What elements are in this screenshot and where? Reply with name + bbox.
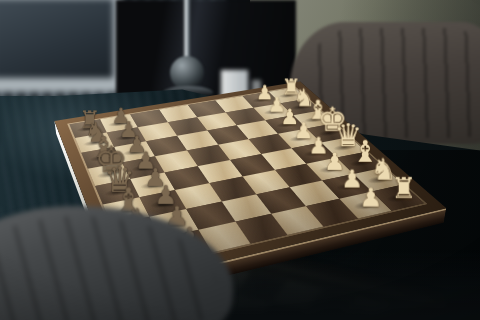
candlestick-ball xyxy=(170,56,204,90)
square-d3[interactable] xyxy=(261,148,306,170)
chair-ribs xyxy=(0,216,217,320)
white-rook-a1[interactable]: ♜ xyxy=(385,174,423,203)
tv-monitor xyxy=(0,0,122,92)
white-pawn-a2[interactable]: ♟ xyxy=(352,185,390,211)
tv-screen xyxy=(0,0,113,78)
photo-scene: ♜♟♟♜♞♟♟♞♝♟♟♝♚♟♟♚♛♟♟♛♝♟♟♝♞♟♟♞♜♟♟♜ ♜♟♟♜♞♟♟… xyxy=(0,0,480,320)
chrome-candlestick xyxy=(160,0,220,102)
